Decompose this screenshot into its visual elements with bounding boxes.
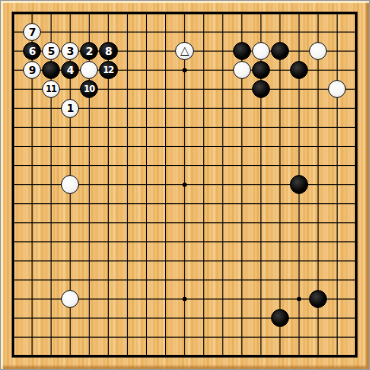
stone-black-F16: 12 [99,61,118,80]
stone-white-B16: 9 [23,61,42,80]
stone-black-D16: 4 [61,61,80,80]
stone-white-K17: △ [175,42,194,61]
stone-black-O15 [251,80,270,99]
black-stone [252,80,270,98]
stone-white-D10 [61,175,80,194]
stone-white-D4 [61,289,80,308]
move-number: 9 [29,65,36,76]
black-stone [42,61,60,79]
white-stone: 9 [23,61,41,79]
white-stone [233,61,251,79]
white-stone: 7 [23,23,41,41]
stone-white-N16 [232,61,251,80]
stone-black-B17: 6 [23,42,42,61]
black-stone: 12 [99,61,117,79]
black-stone [271,42,289,60]
stone-white-C17: 5 [42,42,61,61]
stone-black-Q10 [289,175,308,194]
white-stone [61,290,79,308]
move-number: 1 [67,103,74,114]
black-stone [290,175,308,193]
stone-black-Q16 [289,61,308,80]
move-number: 8 [105,46,112,57]
white-stone: 3 [61,42,79,60]
move-number: 5 [48,46,55,57]
stone-black-O16 [251,61,270,80]
stone-layer: 123456789101112△ [3,3,365,365]
black-stone [271,309,289,327]
stone-black-E15: 10 [80,80,99,99]
black-stone: 4 [61,61,79,79]
black-stone [252,61,270,79]
move-number: 12 [103,66,114,75]
stone-black-N17 [232,42,251,61]
stone-black-F17: 8 [99,42,118,61]
black-stone: 6 [23,42,41,60]
white-stone: 1 [61,99,79,117]
white-stone: 11 [42,80,60,98]
white-stone [61,175,79,193]
stone-white-S15 [328,80,347,99]
black-stone: 10 [80,80,98,98]
stone-white-E16 [80,61,99,80]
stone-white-D17: 3 [61,42,80,61]
black-stone: 8 [99,42,117,60]
triangle-mark-icon: △ [180,45,189,57]
white-stone: △ [175,42,193,60]
move-number: 6 [29,46,36,57]
black-stone: 2 [80,42,98,60]
stone-black-P3 [270,308,289,327]
move-number: 3 [67,46,74,57]
stone-black-E17: 2 [80,42,99,61]
white-stone [309,42,327,60]
stone-white-B18: 7 [23,23,42,42]
stone-white-D14: 1 [61,99,80,118]
white-stone [328,80,346,98]
stone-white-C15: 11 [42,80,61,99]
move-number: 4 [67,65,74,76]
stone-black-P17 [270,42,289,61]
black-stone [233,42,251,60]
move-number: 10 [84,85,95,94]
black-stone [290,61,308,79]
stone-black-C16 [42,61,61,80]
white-stone: 5 [42,42,60,60]
move-number: 2 [86,46,93,57]
move-number: 7 [29,27,36,38]
stone-black-R4 [308,289,327,308]
move-number: 11 [46,85,57,94]
stone-white-R17 [308,42,327,61]
go-board[interactable]: 123456789101112△ [0,0,370,370]
black-stone [309,290,327,308]
white-stone [252,42,270,60]
stone-white-O17 [251,42,270,61]
white-stone [80,61,98,79]
